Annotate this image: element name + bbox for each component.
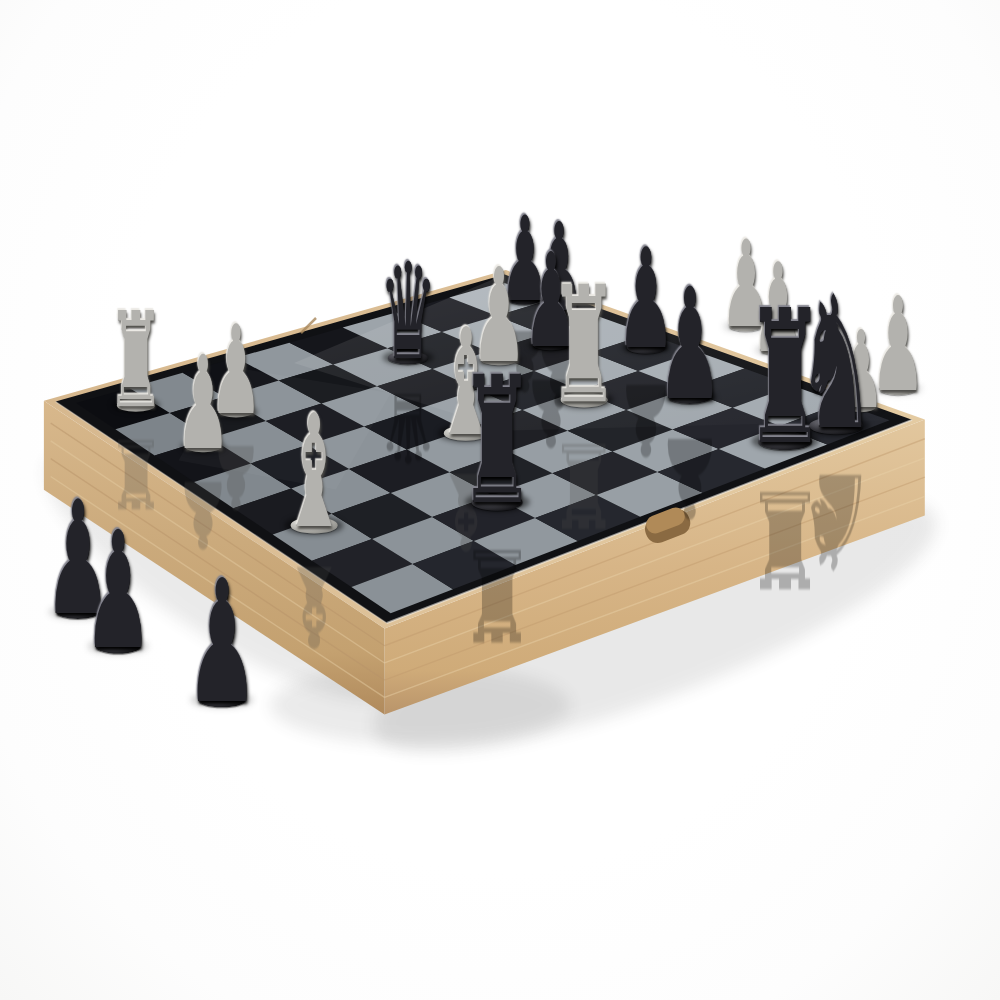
wooden-box-and-glass-board [0, 0, 1000, 1000]
chess-set-product-photo: ♜♜♟♟♟♟♝♝♟♟♝♝♜♜♛♛♟♟♟♟♟♟♟♟♟♟♜♜♜♜♞♞♟♟♟♟♟♟♟ [0, 0, 1000, 1000]
